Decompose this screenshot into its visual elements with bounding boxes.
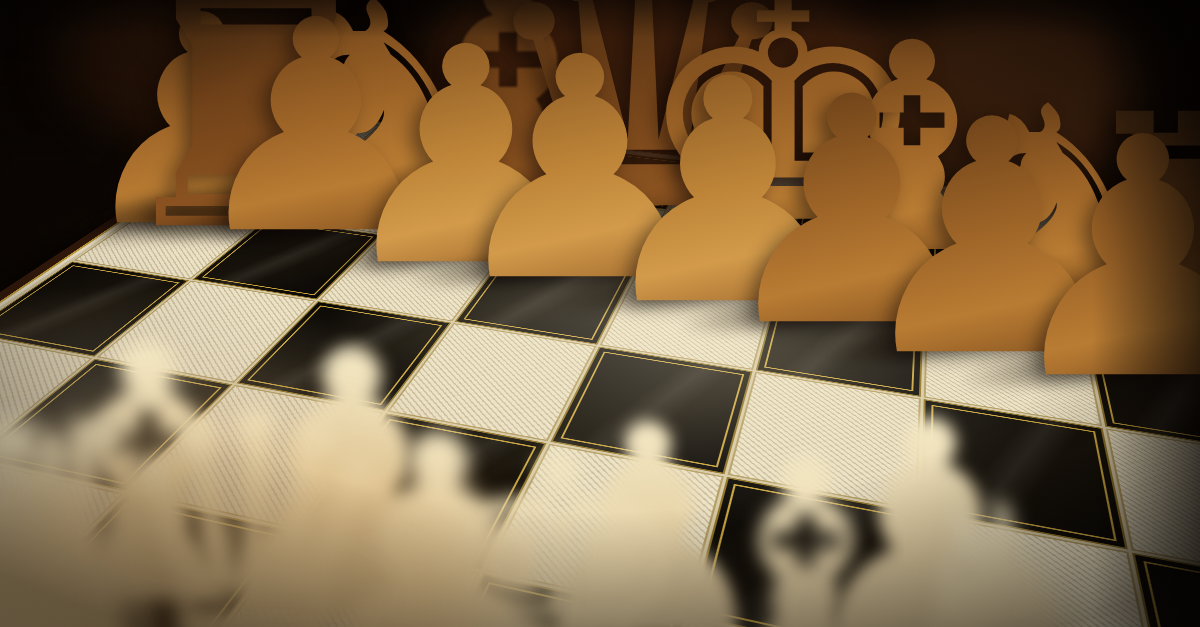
knight-glyph: ♞ — [881, 467, 1136, 627]
chessboard-photo: ♝♞♟♜♟♛♚♝♟♟♞♟♟♜♟♟♝♟♟♟♛♚♝♞♜♟♞ close-up pho… — [0, 0, 1200, 627]
white-knight-g1: ♞ — [881, 467, 1136, 627]
